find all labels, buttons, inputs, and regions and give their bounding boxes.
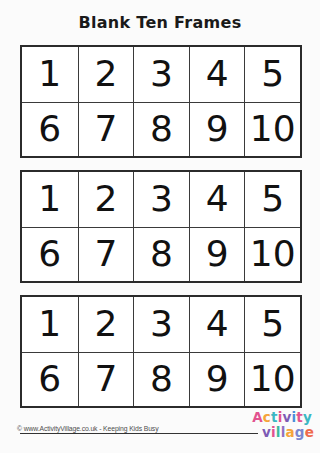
frame2-cell-5: 5 (244, 172, 300, 227)
footer-divider-line (20, 433, 258, 434)
frame3-cell-5: 5 (244, 297, 300, 352)
ten-frame-3: 1 2 3 4 5 6 7 8 9 10 (20, 295, 302, 408)
logo-letter: g (295, 424, 305, 440)
frame1-cell-3: 3 (133, 47, 189, 102)
frame1-cell-10: 10 (244, 102, 300, 157)
ten-frame-2: 1 2 3 4 5 6 7 8 9 10 (20, 170, 302, 283)
frame3-cell-4: 4 (189, 297, 245, 352)
ten-frame-1: 1 2 3 4 5 6 7 8 9 10 (20, 45, 302, 158)
frame3-cell-8: 8 (133, 352, 189, 407)
frame3-cell-6: 6 (22, 352, 78, 407)
frame1-cell-4: 4 (189, 47, 245, 102)
frame1-cell-8: 8 (133, 102, 189, 157)
frame3-cell-3: 3 (133, 297, 189, 352)
page-title: Blank Ten Frames (0, 13, 320, 32)
frame2-cell-7: 7 (78, 227, 134, 282)
activity-village-logo: Activity village (245, 411, 315, 439)
frame1-cell-6: 6 (22, 102, 78, 157)
copyright-text: © www.ActivityVillage.co.uk - Keeping Ki… (17, 425, 158, 432)
frame1-cell-1: 1 (22, 47, 78, 102)
logo-letter: v (262, 424, 271, 440)
frame1-cell-2: 2 (78, 47, 134, 102)
logo-letter: e (305, 424, 314, 440)
frame3-cell-9: 9 (189, 352, 245, 407)
frame2-cell-6: 6 (22, 227, 78, 282)
frame3-cell-2: 2 (78, 297, 134, 352)
frame2-cell-3: 3 (133, 172, 189, 227)
frame2-cell-9: 9 (189, 227, 245, 282)
frame3-cell-10: 10 (244, 352, 300, 407)
frame3-cell-1: 1 (22, 297, 78, 352)
logo-line1: Activity (245, 411, 315, 425)
logo-letter: a (285, 424, 294, 440)
frame2-cell-10: 10 (244, 227, 300, 282)
frame2-cell-2: 2 (78, 172, 134, 227)
worksheet-page: Blank Ten Frames 1 2 3 4 5 6 7 8 9 10 1 … (0, 0, 320, 453)
frame1-cell-7: 7 (78, 102, 134, 157)
frame1-cell-9: 9 (189, 102, 245, 157)
logo-line2: village (245, 426, 315, 440)
frame2-cell-8: 8 (133, 227, 189, 282)
frame2-cell-4: 4 (189, 172, 245, 227)
frame2-cell-1: 1 (22, 172, 78, 227)
frame3-cell-7: 7 (78, 352, 134, 407)
frame1-cell-5: 5 (244, 47, 300, 102)
